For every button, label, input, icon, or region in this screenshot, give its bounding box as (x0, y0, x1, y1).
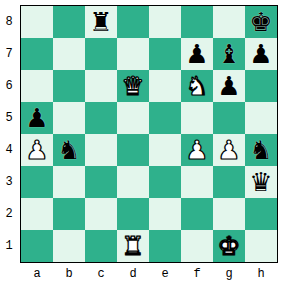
file-label-g: g (213, 263, 245, 285)
square-b2[interactable] (53, 198, 85, 230)
square-a1[interactable] (21, 230, 53, 262)
rank-label-7: 7 (0, 38, 18, 70)
chess-board-window: 87654321 ♜♚♟♝♟♛♞♟♟♟♞♟♟♞♛♜♚ abcdefgh (0, 0, 286, 286)
file-label-e: e (149, 263, 181, 285)
square-g2[interactable] (213, 198, 245, 230)
square-c5[interactable] (85, 102, 117, 134)
rank-label-6: 6 (0, 70, 18, 102)
square-d6[interactable]: ♛ (117, 70, 149, 102)
file-label-h: h (245, 263, 277, 285)
square-f5[interactable] (181, 102, 213, 134)
square-e1[interactable] (149, 230, 181, 262)
square-f7[interactable]: ♟ (181, 38, 213, 70)
square-h6[interactable] (245, 70, 277, 102)
piece-black-rook-c8: ♜ (89, 6, 112, 38)
square-b8[interactable] (53, 6, 85, 38)
piece-black-pawn-h7: ♟ (249, 38, 272, 70)
piece-black-pawn-g6: ♟ (217, 70, 240, 102)
square-a8[interactable] (21, 6, 53, 38)
square-e6[interactable] (149, 70, 181, 102)
square-e2[interactable] (149, 198, 181, 230)
rank-label-2: 2 (0, 198, 18, 230)
square-g6[interactable]: ♟ (213, 70, 245, 102)
square-a7[interactable] (21, 38, 53, 70)
square-e3[interactable] (149, 166, 181, 198)
piece-black-queen-h3: ♛ (249, 166, 272, 198)
square-b3[interactable] (53, 166, 85, 198)
square-f2[interactable] (181, 198, 213, 230)
file-label-f: f (181, 263, 213, 285)
rank-label-1: 1 (0, 230, 18, 262)
rank-label-8: 8 (0, 6, 18, 38)
square-d2[interactable] (117, 198, 149, 230)
square-b7[interactable] (53, 38, 85, 70)
piece-white-knight-f6: ♞ (185, 70, 208, 102)
square-c4[interactable] (85, 134, 117, 166)
piece-white-pawn-f4: ♟ (185, 134, 208, 166)
square-c6[interactable] (85, 70, 117, 102)
piece-white-pawn-g4: ♟ (217, 134, 240, 166)
square-c2[interactable] (85, 198, 117, 230)
square-d4[interactable] (117, 134, 149, 166)
square-a4[interactable]: ♟ (21, 134, 53, 166)
square-c7[interactable] (85, 38, 117, 70)
file-label-d: d (117, 263, 149, 285)
piece-black-king-h8: ♚ (249, 6, 272, 38)
square-d3[interactable] (117, 166, 149, 198)
square-h3[interactable]: ♛ (245, 166, 277, 198)
square-d7[interactable] (117, 38, 149, 70)
square-f6[interactable]: ♞ (181, 70, 213, 102)
square-f4[interactable]: ♟ (181, 134, 213, 166)
square-h2[interactable] (245, 198, 277, 230)
square-a6[interactable] (21, 70, 53, 102)
square-e5[interactable] (149, 102, 181, 134)
square-h7[interactable]: ♟ (245, 38, 277, 70)
square-a3[interactable] (21, 166, 53, 198)
piece-white-king-g1: ♚ (217, 230, 240, 262)
square-a2[interactable] (21, 198, 53, 230)
square-f8[interactable] (181, 6, 213, 38)
square-g7[interactable]: ♝ (213, 38, 245, 70)
piece-black-pawn-a5: ♟ (25, 102, 48, 134)
square-c1[interactable] (85, 230, 117, 262)
square-g5[interactable] (213, 102, 245, 134)
piece-black-bishop-g7: ♝ (217, 38, 240, 70)
square-b4[interactable]: ♞ (53, 134, 85, 166)
rank-label-5: 5 (0, 102, 18, 134)
square-d5[interactable] (117, 102, 149, 134)
square-g4[interactable]: ♟ (213, 134, 245, 166)
square-c8[interactable]: ♜ (85, 6, 117, 38)
square-d1[interactable]: ♜ (117, 230, 149, 262)
rank-label-4: 4 (0, 134, 18, 166)
square-h4[interactable]: ♞ (245, 134, 277, 166)
square-g3[interactable] (213, 166, 245, 198)
piece-white-rook-d1: ♜ (121, 230, 144, 262)
piece-black-knight-b4: ♞ (57, 134, 80, 166)
file-label-a: a (21, 263, 53, 285)
chess-board: ♜♚♟♝♟♛♞♟♟♟♞♟♟♞♛♜♚ (20, 5, 278, 263)
square-g8[interactable] (213, 6, 245, 38)
square-e7[interactable] (149, 38, 181, 70)
square-d8[interactable] (117, 6, 149, 38)
rank-labels: 87654321 (0, 6, 20, 262)
square-h1[interactable] (245, 230, 277, 262)
square-g1[interactable]: ♚ (213, 230, 245, 262)
square-b6[interactable] (53, 70, 85, 102)
square-e4[interactable] (149, 134, 181, 166)
square-c3[interactable] (85, 166, 117, 198)
file-label-b: b (53, 263, 85, 285)
piece-white-pawn-a4: ♟ (25, 134, 48, 166)
square-f1[interactable] (181, 230, 213, 262)
square-b1[interactable] (53, 230, 85, 262)
piece-black-knight-h4: ♞ (249, 134, 272, 166)
square-f3[interactable] (181, 166, 213, 198)
square-e8[interactable] (149, 6, 181, 38)
piece-white-queen-d6: ♛ (121, 70, 144, 102)
piece-black-pawn-f7: ♟ (185, 38, 208, 70)
square-a5[interactable]: ♟ (21, 102, 53, 134)
square-h8[interactable]: ♚ (245, 6, 277, 38)
file-labels: abcdefgh (21, 263, 277, 285)
square-b5[interactable] (53, 102, 85, 134)
file-label-c: c (85, 263, 117, 285)
rank-label-3: 3 (0, 166, 18, 198)
square-h5[interactable] (245, 102, 277, 134)
